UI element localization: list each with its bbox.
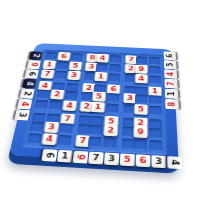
number-tile[interactable]: 5	[69, 61, 82, 70]
number-tile[interactable]: 2	[20, 89, 35, 99]
grid-cell[interactable]	[54, 71, 67, 80]
number-tile[interactable]: 4	[62, 100, 77, 111]
grid-cell[interactable]	[136, 56, 147, 64]
grid-cell[interactable]	[88, 137, 102, 148]
number-tile[interactable]: 4	[42, 133, 58, 145]
grid-cell[interactable]: 9	[134, 127, 147, 138]
number-tile[interactable]: 5	[120, 153, 135, 166]
number-tile[interactable]: 9	[72, 151, 88, 164]
number-tile[interactable]: 6	[24, 69, 38, 78]
grid-cell[interactable]	[57, 135, 71, 146]
grid-cell[interactable]	[149, 66, 161, 75]
grid-cell[interactable]: 5	[93, 92, 106, 102]
grid-cell[interactable]	[149, 128, 162, 139]
grid-cell[interactable]: 4	[135, 75, 147, 84]
grid-cell[interactable]	[89, 125, 103, 136]
grid-cell[interactable]: 4	[42, 134, 57, 145]
number-tile[interactable]: 4	[135, 74, 148, 84]
number-tile[interactable]: 1	[57, 150, 73, 163]
number-tile[interactable]: 2	[50, 89, 65, 99]
number-tile[interactable]: 2	[103, 125, 118, 137]
grid-cell[interactable]	[109, 64, 121, 72]
number-tile[interactable]: 3	[44, 122, 60, 134]
number-tile[interactable]: 3	[14, 110, 30, 121]
number-tile[interactable]: 1	[91, 102, 105, 113]
grid-cell[interactable]	[106, 103, 119, 113]
number-tile[interactable]: 6	[57, 52, 70, 61]
number-tile[interactable]: 4	[17, 99, 32, 110]
grid-cell[interactable]	[59, 123, 73, 134]
grid-cell[interactable]: 6	[58, 53, 70, 61]
grid-cell[interactable]	[110, 55, 122, 63]
grid-cell[interactable]: 9	[136, 65, 147, 74]
grid-cell[interactable]: 1	[95, 73, 107, 82]
number-tile[interactable]: 6	[41, 149, 57, 162]
number-tile[interactable]: 7	[40, 69, 54, 78]
number-tile[interactable]: 4	[96, 54, 109, 63]
grid-cell[interactable]: 3	[44, 122, 58, 133]
sudoku-grid: 68471532973144261253421575232947	[27, 52, 163, 151]
grid-cell[interactable]: 4	[97, 54, 109, 62]
grid-cell[interactable]	[37, 89, 51, 98]
grid-cell[interactable]: 7	[41, 70, 54, 79]
grid-cell[interactable]	[64, 91, 77, 100]
number-tile[interactable]: 3	[67, 71, 81, 80]
board-well: 68471532973144261253421575232947	[22, 49, 167, 155]
grid-cell[interactable]	[103, 137, 117, 148]
number-tile[interactable]: 9	[135, 65, 147, 74]
grid-cell[interactable]	[45, 52, 58, 60]
number-tile[interactable]: 1	[42, 60, 56, 69]
grid-cell[interactable]: 3	[68, 71, 81, 80]
grid-cell[interactable]: 2	[51, 90, 64, 99]
grid-cell[interactable]	[135, 94, 147, 104]
number-tile[interactable]: 4	[22, 79, 37, 89]
grid-cell[interactable]	[134, 139, 147, 150]
number-tile[interactable]: 3	[151, 155, 166, 168]
grid-cell[interactable]	[149, 75, 161, 84]
grid-cell[interactable]	[29, 122, 44, 133]
grid-cell[interactable]	[27, 133, 42, 144]
grid-cell[interactable]	[149, 95, 161, 105]
number-tile[interactable]: 6	[136, 154, 151, 167]
right-tile-tray: 654718	[164, 51, 179, 109]
grid-cell[interactable]	[149, 140, 162, 151]
number-tile[interactable]: 3	[104, 153, 119, 166]
grid-cell[interactable]: 1	[91, 103, 104, 113]
number-tile[interactable]: 9	[134, 126, 148, 138]
grid-cell[interactable]	[149, 106, 161, 116]
grid-cell[interactable]	[149, 57, 160, 65]
photo-scene: 68471532973144261253421575232947 2964243…	[0, 0, 200, 200]
number-tile[interactable]: 4	[167, 156, 182, 169]
grid-cell[interactable]	[96, 63, 108, 71]
grid-cell[interactable]	[107, 93, 120, 103]
sudoku-board: 68471532973144261253421575232947 2964243…	[9, 43, 179, 165]
number-tile[interactable]: 7	[165, 79, 178, 89]
number-tile[interactable]: 7	[88, 152, 104, 165]
grid-cell[interactable]	[49, 100, 63, 110]
grid-cell[interactable]: 1	[43, 61, 56, 69]
number-tile[interactable]: 5	[92, 92, 106, 102]
board-perspective-wrap: 68471532973144261253421575232947 2964243…	[9, 43, 179, 165]
grid-cell[interactable]	[108, 73, 120, 82]
number-tile[interactable]: 4	[164, 69, 177, 78]
number-tile[interactable]: 1	[165, 89, 178, 99]
number-tile[interactable]: 8	[165, 99, 179, 110]
number-tile[interactable]: 9	[27, 60, 41, 69]
grid-cell[interactable]: 4	[63, 101, 77, 111]
number-tile[interactable]: 5	[134, 104, 147, 115]
grid-cell[interactable]: 5	[69, 62, 81, 70]
number-tile[interactable]: 6	[164, 51, 176, 60]
grid-cell[interactable]	[34, 100, 48, 110]
grid-cell[interactable]: 5	[135, 105, 147, 115]
number-tile[interactable]: 2	[29, 51, 43, 60]
grid-cell[interactable]	[71, 53, 83, 61]
grid-cell[interactable]	[56, 62, 69, 70]
number-tile[interactable]: 1	[94, 72, 107, 82]
grid-cell[interactable]: 2	[104, 126, 117, 137]
number-tile[interactable]: 5	[164, 60, 177, 69]
